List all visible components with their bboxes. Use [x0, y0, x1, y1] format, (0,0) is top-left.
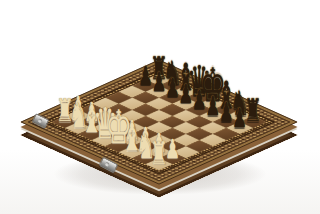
photo-backdrop: ♜♞♝♛♚♝♞♜♟♟♟♟♟♟♟♟♟♟♟♟♟♟♟♟♜♞♝♛♚♝♞♜ [0, 0, 320, 214]
square-h1[interactable]: ♜ [146, 158, 173, 170]
square-h7[interactable]: ♟ [226, 122, 253, 134]
white-rook-glyph: ♜ [142, 137, 176, 168]
black-pawn-glyph: ♟ [223, 106, 257, 132]
